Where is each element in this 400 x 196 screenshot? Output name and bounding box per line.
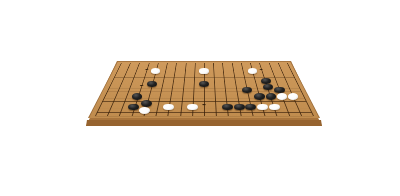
go-scene [0, 0, 400, 196]
white-stone[interactable] [269, 104, 280, 111]
white-stone[interactable] [187, 104, 198, 111]
white-stone[interactable] [199, 68, 208, 74]
white-stone[interactable] [151, 68, 160, 74]
black-stone[interactable] [266, 93, 277, 100]
star-point [202, 104, 206, 105]
star-point [145, 69, 148, 70]
black-stone[interactable] [254, 93, 265, 100]
black-stone[interactable] [234, 104, 245, 111]
white-stone[interactable] [277, 93, 288, 100]
white-stone[interactable] [248, 68, 257, 74]
star-point [139, 85, 143, 86]
star-point [260, 69, 263, 70]
black-stone[interactable] [141, 100, 152, 107]
board-bottom-lip [86, 120, 322, 126]
